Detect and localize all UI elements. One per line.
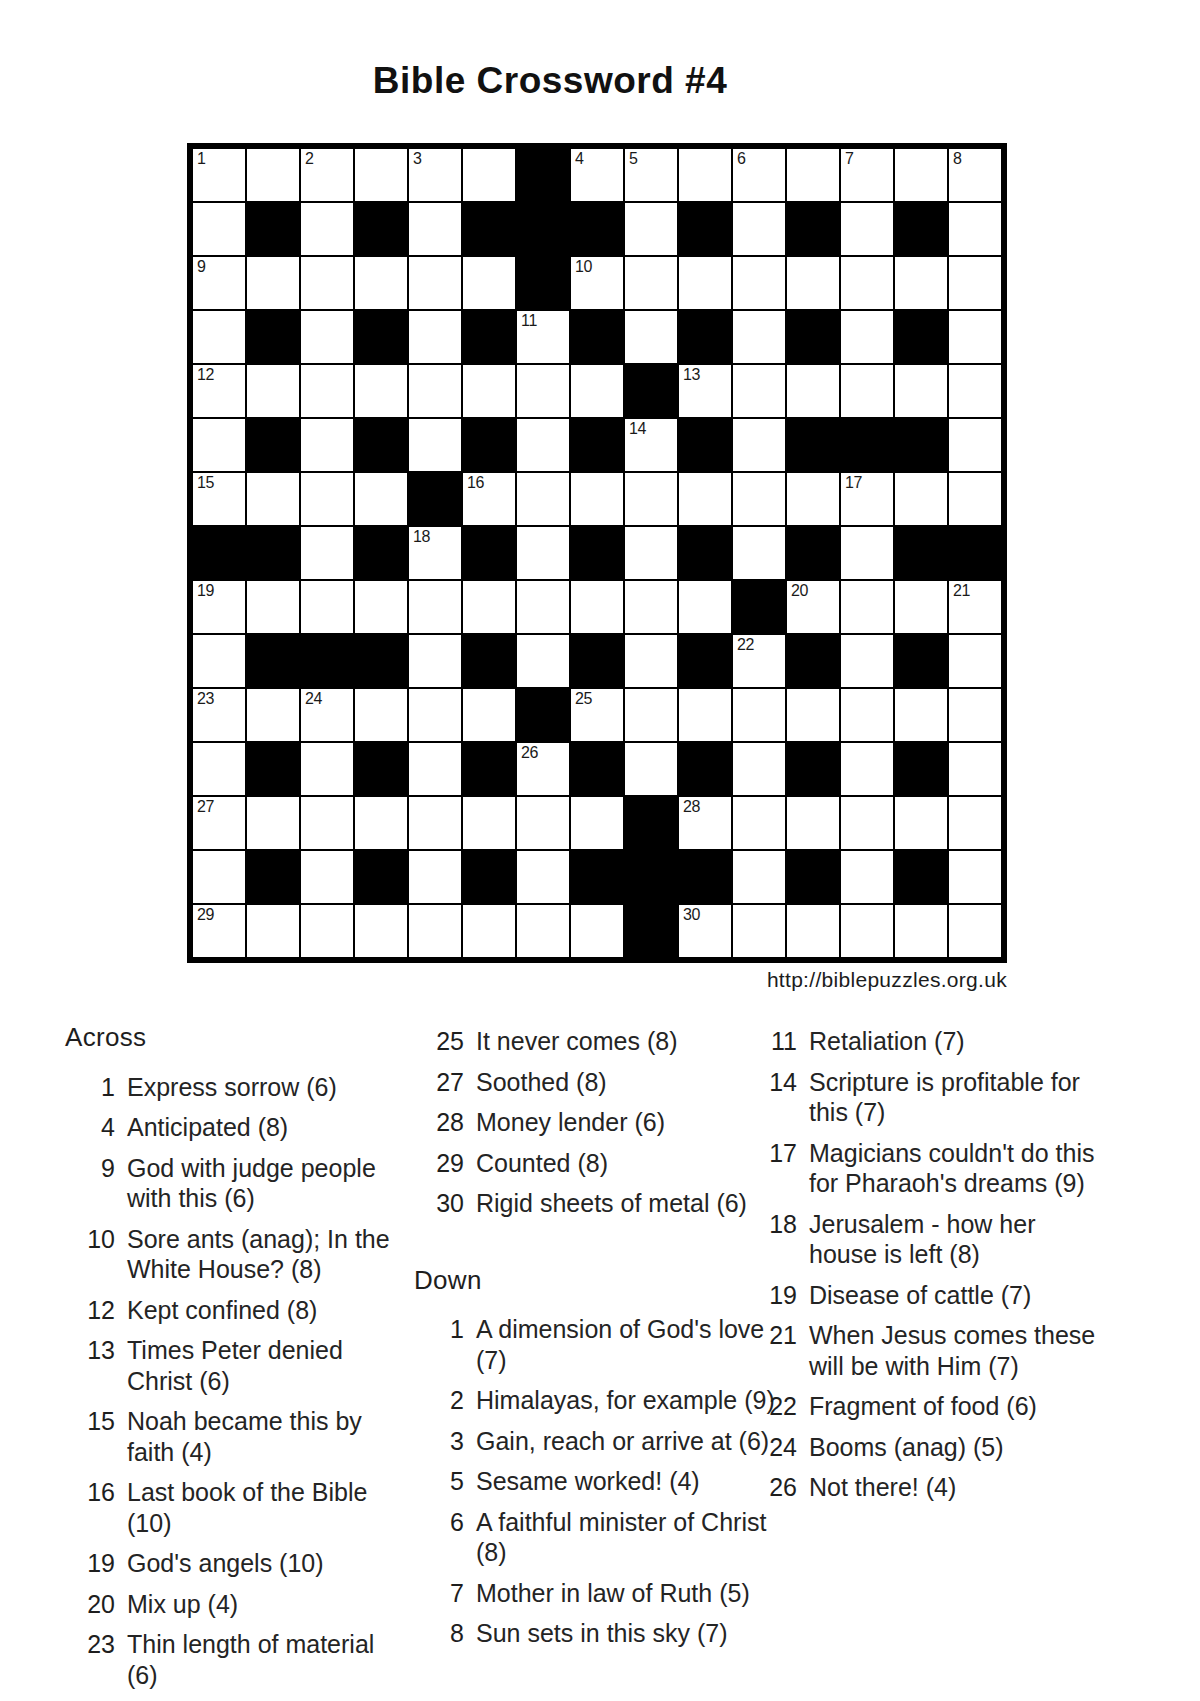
cell-r11c10[interactable] bbox=[679, 689, 731, 741]
cell-r3c9[interactable] bbox=[625, 257, 677, 309]
cell-r9c2[interactable] bbox=[247, 581, 299, 633]
cell-number-27: 27 bbox=[197, 799, 214, 816]
block-r10c8 bbox=[571, 635, 623, 687]
clue-text: Thin length of material (6) bbox=[127, 1629, 409, 1690]
block-r4c10 bbox=[679, 311, 731, 363]
cell-r15c11[interactable] bbox=[733, 905, 785, 957]
cell-r11c9[interactable] bbox=[625, 689, 677, 741]
cell-r1c15[interactable]: 8 bbox=[949, 149, 1001, 201]
clue-across-27: 27Soothed (8) bbox=[412, 1067, 787, 1098]
cell-r13c15[interactable] bbox=[949, 797, 1001, 849]
clue-text: A dimension of God's love (7) bbox=[476, 1314, 784, 1375]
block-r8c4 bbox=[355, 527, 407, 579]
cell-r1c3[interactable]: 2 bbox=[301, 149, 353, 201]
cell-r11c8[interactable]: 25 bbox=[571, 689, 623, 741]
cell-number-5: 5 bbox=[629, 151, 638, 168]
cell-r15c5[interactable] bbox=[409, 905, 461, 957]
clue-text: When Jesus comes these will be with Him … bbox=[809, 1320, 1109, 1381]
cell-r15c6[interactable] bbox=[463, 905, 515, 957]
cell-r7c8[interactable] bbox=[571, 473, 623, 525]
clue-text: Booms (anag) (5) bbox=[809, 1432, 1109, 1463]
clue-text: Noah became this by faith (4) bbox=[127, 1406, 409, 1467]
clue-across-25: 25It never comes (8) bbox=[412, 1026, 787, 1057]
clue-down-11: 11Retaliation (7) bbox=[745, 1026, 1115, 1057]
cell-r8c5[interactable]: 18 bbox=[409, 527, 461, 579]
cell-number-7: 7 bbox=[845, 151, 854, 168]
cell-r4c9[interactable] bbox=[625, 311, 677, 363]
clue-number: 17 bbox=[745, 1138, 797, 1199]
clue-number: 20 bbox=[63, 1589, 115, 1620]
clue-number: 25 bbox=[412, 1026, 464, 1057]
cell-r5c1[interactable]: 12 bbox=[193, 365, 245, 417]
cell-r5c3[interactable] bbox=[301, 365, 353, 417]
clue-number: 5 bbox=[412, 1466, 464, 1497]
clue-down-5: 5Sesame worked! (4) bbox=[412, 1466, 787, 1497]
block-r2c2 bbox=[247, 203, 299, 255]
cell-r11c11[interactable] bbox=[733, 689, 785, 741]
cell-r12c3[interactable] bbox=[301, 743, 353, 795]
clue-text: Not there! (4) bbox=[809, 1472, 1109, 1503]
cell-r6c1[interactable] bbox=[193, 419, 245, 471]
cell-r2c13[interactable] bbox=[841, 203, 893, 255]
cell-r7c7[interactable] bbox=[517, 473, 569, 525]
cell-r7c1[interactable]: 15 bbox=[193, 473, 245, 525]
cell-r7c3[interactable] bbox=[301, 473, 353, 525]
cell-r11c6[interactable] bbox=[463, 689, 515, 741]
block-r2c6 bbox=[463, 203, 515, 255]
cell-r5c15[interactable] bbox=[949, 365, 1001, 417]
cell-r9c3[interactable] bbox=[301, 581, 353, 633]
cell-number-22: 22 bbox=[737, 637, 754, 654]
cell-r10c7[interactable] bbox=[517, 635, 569, 687]
clue-across-9: 9God with judge people with this (6) bbox=[63, 1153, 413, 1214]
cell-r1c11[interactable]: 6 bbox=[733, 149, 785, 201]
cell-r10c13[interactable] bbox=[841, 635, 893, 687]
cell-r1c1[interactable]: 1 bbox=[193, 149, 245, 201]
cell-r7c9[interactable] bbox=[625, 473, 677, 525]
block-r7c5 bbox=[409, 473, 461, 525]
cell-r13c4[interactable] bbox=[355, 797, 407, 849]
clue-across-1: 1Express sorrow (6) bbox=[63, 1072, 413, 1103]
clue-number: 11 bbox=[745, 1026, 797, 1057]
cell-r5c7[interactable] bbox=[517, 365, 569, 417]
cell-number-23: 23 bbox=[197, 691, 214, 708]
clue-down-8: 8Sun sets in this sky (7) bbox=[412, 1618, 787, 1649]
cell-r5c14[interactable] bbox=[895, 365, 947, 417]
cell-r9c10[interactable] bbox=[679, 581, 731, 633]
cell-r13c11[interactable] bbox=[733, 797, 785, 849]
block-r10c4 bbox=[355, 635, 407, 687]
cell-r2c15[interactable] bbox=[949, 203, 1001, 255]
block-r12c10 bbox=[679, 743, 731, 795]
cell-r4c3[interactable] bbox=[301, 311, 353, 363]
cell-r15c8[interactable] bbox=[571, 905, 623, 957]
cell-number-1: 1 bbox=[197, 151, 206, 168]
cell-r7c14[interactable] bbox=[895, 473, 947, 525]
clue-down-17: 17Magicians couldn't do this for Pharaoh… bbox=[745, 1138, 1115, 1199]
block-r4c12 bbox=[787, 311, 839, 363]
cell-r9c9[interactable] bbox=[625, 581, 677, 633]
cell-r13c12[interactable] bbox=[787, 797, 839, 849]
cell-r13c14[interactable] bbox=[895, 797, 947, 849]
block-r5c9 bbox=[625, 365, 677, 417]
clue-number: 15 bbox=[63, 1406, 115, 1467]
cell-r4c11[interactable] bbox=[733, 311, 785, 363]
cell-r13c10[interactable]: 28 bbox=[679, 797, 731, 849]
block-r6c10 bbox=[679, 419, 731, 471]
block-r8c8 bbox=[571, 527, 623, 579]
cell-r5c10[interactable]: 13 bbox=[679, 365, 731, 417]
block-r6c4 bbox=[355, 419, 407, 471]
cell-r11c1[interactable]: 23 bbox=[193, 689, 245, 741]
block-r6c14 bbox=[895, 419, 947, 471]
cell-r1c2[interactable] bbox=[247, 149, 299, 201]
clue-number: 9 bbox=[63, 1153, 115, 1214]
cell-r15c3[interactable] bbox=[301, 905, 353, 957]
block-r4c6 bbox=[463, 311, 515, 363]
cell-r8c13[interactable] bbox=[841, 527, 893, 579]
block-r2c12 bbox=[787, 203, 839, 255]
block-r14c8 bbox=[571, 851, 623, 903]
block-r11c7 bbox=[517, 689, 569, 741]
block-r1c7 bbox=[517, 149, 569, 201]
cell-r13c3[interactable] bbox=[301, 797, 353, 849]
clue-number: 22 bbox=[745, 1391, 797, 1422]
cell-r13c8[interactable] bbox=[571, 797, 623, 849]
clue-text: Fragment of food (6) bbox=[809, 1391, 1109, 1422]
cell-r6c7[interactable] bbox=[517, 419, 569, 471]
clue-text: Magicians couldn't do this for Pharaoh's… bbox=[809, 1138, 1109, 1199]
crossword-grid: 1234567891011121314151617181920212223242… bbox=[187, 143, 1007, 963]
cell-number-12: 12 bbox=[197, 367, 214, 384]
cell-r11c13[interactable] bbox=[841, 689, 893, 741]
block-r12c12 bbox=[787, 743, 839, 795]
block-r12c8 bbox=[571, 743, 623, 795]
clue-text: Sun sets in this sky (7) bbox=[476, 1618, 784, 1649]
clue-column-middle: 25It never comes (8)27Soothed (8)28Money… bbox=[412, 1026, 787, 1659]
cell-r11c14[interactable] bbox=[895, 689, 947, 741]
clue-number: 28 bbox=[412, 1107, 464, 1138]
clue-number: 2 bbox=[412, 1385, 464, 1416]
cell-r9c6[interactable] bbox=[463, 581, 515, 633]
clue-text: A faithful minister of Christ (8) bbox=[476, 1507, 784, 1568]
cell-r15c10[interactable]: 30 bbox=[679, 905, 731, 957]
block-r8c2 bbox=[247, 527, 299, 579]
cell-r4c1[interactable] bbox=[193, 311, 245, 363]
down-header: Down bbox=[414, 1265, 787, 1297]
cell-r3c15[interactable] bbox=[949, 257, 1001, 309]
clue-text: Mother in law of Ruth (5) bbox=[476, 1578, 784, 1609]
cell-r15c2[interactable] bbox=[247, 905, 299, 957]
clue-column-left: Across1Express sorrow (6)4Anticipated (8… bbox=[63, 1022, 413, 1700]
cell-r15c12[interactable] bbox=[787, 905, 839, 957]
cell-r9c14[interactable] bbox=[895, 581, 947, 633]
block-r8c10 bbox=[679, 527, 731, 579]
cell-r5c5[interactable] bbox=[409, 365, 461, 417]
cell-r2c3[interactable] bbox=[301, 203, 353, 255]
cell-number-18: 18 bbox=[413, 529, 430, 546]
clue-number: 18 bbox=[745, 1209, 797, 1270]
cell-number-11: 11 bbox=[521, 313, 537, 330]
cell-r3c14[interactable] bbox=[895, 257, 947, 309]
block-r14c14 bbox=[895, 851, 947, 903]
clue-down-3: 3Gain, reach or arrive at (6) bbox=[412, 1426, 787, 1457]
clue-across-13: 13Times Peter denied Christ (6) bbox=[63, 1335, 413, 1396]
cell-r6c11[interactable] bbox=[733, 419, 785, 471]
block-r14c2 bbox=[247, 851, 299, 903]
cell-r6c15[interactable] bbox=[949, 419, 1001, 471]
cell-r10c1[interactable] bbox=[193, 635, 245, 687]
cell-r5c6[interactable] bbox=[463, 365, 515, 417]
clue-number: 12 bbox=[63, 1295, 115, 1326]
cell-r14c15[interactable] bbox=[949, 851, 1001, 903]
cell-number-28: 28 bbox=[683, 799, 700, 816]
cell-r10c15[interactable] bbox=[949, 635, 1001, 687]
page: { "game": "crossword", "title": "Bible C… bbox=[0, 0, 1200, 1701]
cell-r1c12[interactable] bbox=[787, 149, 839, 201]
cell-r6c3[interactable] bbox=[301, 419, 353, 471]
cell-r13c5[interactable] bbox=[409, 797, 461, 849]
cell-r12c11[interactable] bbox=[733, 743, 785, 795]
cell-r12c15[interactable] bbox=[949, 743, 1001, 795]
cell-number-8: 8 bbox=[953, 151, 962, 168]
cell-r13c7[interactable] bbox=[517, 797, 569, 849]
cell-r5c12[interactable] bbox=[787, 365, 839, 417]
block-r13c9 bbox=[625, 797, 677, 849]
cell-r12c1[interactable] bbox=[193, 743, 245, 795]
block-r4c4 bbox=[355, 311, 407, 363]
cell-r13c2[interactable] bbox=[247, 797, 299, 849]
cell-r13c13[interactable] bbox=[841, 797, 893, 849]
clue-across-16: 16Last book of the Bible (10) bbox=[63, 1477, 413, 1538]
clue-across-10: 10Sore ants (anag); In the White House? … bbox=[63, 1224, 413, 1285]
cell-r2c1[interactable] bbox=[193, 203, 245, 255]
cell-r2c5[interactable] bbox=[409, 203, 461, 255]
cell-r3c11[interactable] bbox=[733, 257, 785, 309]
clue-down-6: 6A faithful minister of Christ (8) bbox=[412, 1507, 787, 1568]
clue-text: Sesame worked! (4) bbox=[476, 1466, 784, 1497]
cell-r1c13[interactable]: 7 bbox=[841, 149, 893, 201]
cell-r1c6[interactable] bbox=[463, 149, 515, 201]
block-r14c4 bbox=[355, 851, 407, 903]
cell-r5c4[interactable] bbox=[355, 365, 407, 417]
clue-down-1: 1A dimension of God's love (7) bbox=[412, 1314, 787, 1375]
cell-r3c12[interactable] bbox=[787, 257, 839, 309]
block-r2c10 bbox=[679, 203, 731, 255]
block-r6c12 bbox=[787, 419, 839, 471]
cell-r3c3[interactable] bbox=[301, 257, 353, 309]
cell-r5c11[interactable] bbox=[733, 365, 785, 417]
block-r14c12 bbox=[787, 851, 839, 903]
clue-text: It never comes (8) bbox=[476, 1026, 784, 1057]
cell-r11c2[interactable] bbox=[247, 689, 299, 741]
cell-number-2: 2 bbox=[305, 151, 314, 168]
block-r9c11 bbox=[733, 581, 785, 633]
cell-r10c11[interactable]: 22 bbox=[733, 635, 785, 687]
cell-r7c2[interactable] bbox=[247, 473, 299, 525]
cell-r14c7[interactable] bbox=[517, 851, 569, 903]
cell-r1c5[interactable]: 3 bbox=[409, 149, 461, 201]
cell-r1c9[interactable]: 5 bbox=[625, 149, 677, 201]
cell-number-17: 17 bbox=[845, 475, 862, 492]
cell-number-25: 25 bbox=[575, 691, 592, 708]
cell-r3c13[interactable] bbox=[841, 257, 893, 309]
cell-r2c11[interactable] bbox=[733, 203, 785, 255]
cell-r11c5[interactable] bbox=[409, 689, 461, 741]
cell-r11c3[interactable]: 24 bbox=[301, 689, 353, 741]
cell-number-10: 10 bbox=[575, 259, 592, 276]
clue-down-26: 26Not there! (4) bbox=[745, 1472, 1115, 1503]
clue-number: 26 bbox=[745, 1472, 797, 1503]
clue-down-7: 7Mother in law of Ruth (5) bbox=[412, 1578, 787, 1609]
cell-r14c5[interactable] bbox=[409, 851, 461, 903]
cell-r2c9[interactable] bbox=[625, 203, 677, 255]
clue-text: Soothed (8) bbox=[476, 1067, 784, 1098]
cell-r9c5[interactable] bbox=[409, 581, 461, 633]
cell-number-26: 26 bbox=[521, 745, 538, 762]
cell-r11c15[interactable] bbox=[949, 689, 1001, 741]
clue-down-24: 24Booms (anag) (5) bbox=[745, 1432, 1115, 1463]
cell-r1c14[interactable] bbox=[895, 149, 947, 201]
cell-r4c15[interactable] bbox=[949, 311, 1001, 363]
clue-number: 21 bbox=[745, 1320, 797, 1381]
cell-r9c12[interactable]: 20 bbox=[787, 581, 839, 633]
clue-number: 10 bbox=[63, 1224, 115, 1285]
block-r12c2 bbox=[247, 743, 299, 795]
clue-text: God with judge people with this (6) bbox=[127, 1153, 409, 1214]
cell-r11c12[interactable] bbox=[787, 689, 839, 741]
cell-r3c4[interactable] bbox=[355, 257, 407, 309]
cell-r1c10[interactable] bbox=[679, 149, 731, 201]
cell-r3c10[interactable] bbox=[679, 257, 731, 309]
cell-r7c6[interactable]: 16 bbox=[463, 473, 515, 525]
cell-r3c1[interactable]: 9 bbox=[193, 257, 245, 309]
cell-r15c14[interactable] bbox=[895, 905, 947, 957]
cell-r3c2[interactable] bbox=[247, 257, 299, 309]
cell-r7c11[interactable] bbox=[733, 473, 785, 525]
block-r2c8 bbox=[571, 203, 623, 255]
block-r4c2 bbox=[247, 311, 299, 363]
cell-r4c5[interactable] bbox=[409, 311, 461, 363]
cell-r15c13[interactable] bbox=[841, 905, 893, 957]
clue-text: Money lender (6) bbox=[476, 1107, 784, 1138]
cell-r14c3[interactable] bbox=[301, 851, 353, 903]
block-r2c4 bbox=[355, 203, 407, 255]
block-r8c6 bbox=[463, 527, 515, 579]
cell-r12c5[interactable] bbox=[409, 743, 461, 795]
cell-r13c6[interactable] bbox=[463, 797, 515, 849]
cell-r8c3[interactable] bbox=[301, 527, 353, 579]
cell-r3c6[interactable] bbox=[463, 257, 515, 309]
clue-number: 19 bbox=[745, 1280, 797, 1311]
cell-number-29: 29 bbox=[197, 907, 214, 924]
clue-text: Last book of the Bible (10) bbox=[127, 1477, 409, 1538]
clue-across-20: 20Mix up (4) bbox=[63, 1589, 413, 1620]
cell-r5c2[interactable] bbox=[247, 365, 299, 417]
clue-text: Sore ants (anag); In the White House? (8… bbox=[127, 1224, 409, 1285]
cell-r5c8[interactable] bbox=[571, 365, 623, 417]
cell-r7c4[interactable] bbox=[355, 473, 407, 525]
block-r10c12 bbox=[787, 635, 839, 687]
cell-r10c9[interactable] bbox=[625, 635, 677, 687]
cell-r9c13[interactable] bbox=[841, 581, 893, 633]
cell-r12c13[interactable] bbox=[841, 743, 893, 795]
clue-number: 4 bbox=[63, 1112, 115, 1143]
block-r12c14 bbox=[895, 743, 947, 795]
clue-number: 24 bbox=[745, 1432, 797, 1463]
clue-text: Times Peter denied Christ (6) bbox=[127, 1335, 409, 1396]
site-url: http://biblepuzzles.org.uk bbox=[187, 968, 1007, 992]
block-r6c13 bbox=[841, 419, 893, 471]
cell-r15c7[interactable] bbox=[517, 905, 569, 957]
cell-r7c15[interactable] bbox=[949, 473, 1001, 525]
cell-r3c5[interactable] bbox=[409, 257, 461, 309]
cell-r4c13[interactable] bbox=[841, 311, 893, 363]
cell-r5c13[interactable] bbox=[841, 365, 893, 417]
cell-r1c8[interactable]: 4 bbox=[571, 149, 623, 201]
cell-r3c8[interactable]: 10 bbox=[571, 257, 623, 309]
cell-r12c9[interactable] bbox=[625, 743, 677, 795]
cell-r9c7[interactable] bbox=[517, 581, 569, 633]
cell-r8c7[interactable] bbox=[517, 527, 569, 579]
clue-across-12: 12Kept confined (8) bbox=[63, 1295, 413, 1326]
clue-across-28: 28Money lender (6) bbox=[412, 1107, 787, 1138]
cell-r7c12[interactable] bbox=[787, 473, 839, 525]
cell-r15c1[interactable]: 29 bbox=[193, 905, 245, 957]
puzzle-title: Bible Crossword #4 bbox=[0, 60, 1100, 102]
cell-r14c13[interactable] bbox=[841, 851, 893, 903]
cell-r13c1[interactable]: 27 bbox=[193, 797, 245, 849]
cell-r9c4[interactable] bbox=[355, 581, 407, 633]
cell-r1c4[interactable] bbox=[355, 149, 407, 201]
clue-number: 7 bbox=[412, 1578, 464, 1609]
cell-r6c9[interactable]: 14 bbox=[625, 419, 677, 471]
cell-r12c7[interactable]: 26 bbox=[517, 743, 569, 795]
cell-r9c8[interactable] bbox=[571, 581, 623, 633]
cell-r11c4[interactable] bbox=[355, 689, 407, 741]
clue-across-15: 15Noah became this by faith (4) bbox=[63, 1406, 413, 1467]
cell-r8c11[interactable] bbox=[733, 527, 785, 579]
cell-number-13: 13 bbox=[683, 367, 700, 384]
block-r6c8 bbox=[571, 419, 623, 471]
cell-r10c5[interactable] bbox=[409, 635, 461, 687]
clue-number: 19 bbox=[63, 1548, 115, 1579]
cell-r14c1[interactable] bbox=[193, 851, 245, 903]
cell-r6c5[interactable] bbox=[409, 419, 461, 471]
cell-r9c15[interactable]: 21 bbox=[949, 581, 1001, 633]
cell-number-20: 20 bbox=[791, 583, 808, 600]
cell-r4c7[interactable]: 11 bbox=[517, 311, 569, 363]
clue-number: 6 bbox=[412, 1507, 464, 1568]
across-header: Across bbox=[65, 1022, 413, 1054]
clue-text: Mix up (4) bbox=[127, 1589, 409, 1620]
cell-r15c4[interactable] bbox=[355, 905, 407, 957]
cell-r15c15[interactable] bbox=[949, 905, 1001, 957]
clue-number: 14 bbox=[745, 1067, 797, 1128]
block-r12c4 bbox=[355, 743, 407, 795]
cell-r9c1[interactable]: 19 bbox=[193, 581, 245, 633]
block-r8c15 bbox=[949, 527, 1001, 579]
cell-r14c11[interactable] bbox=[733, 851, 785, 903]
cell-r7c10[interactable] bbox=[679, 473, 731, 525]
block-r10c6 bbox=[463, 635, 515, 687]
cell-number-21: 21 bbox=[953, 583, 970, 600]
clue-column-right: 11Retaliation (7)14Scripture is profitab… bbox=[745, 1026, 1115, 1513]
cell-r7c13[interactable]: 17 bbox=[841, 473, 893, 525]
cell-r8c9[interactable] bbox=[625, 527, 677, 579]
block-r6c6 bbox=[463, 419, 515, 471]
block-r10c10 bbox=[679, 635, 731, 687]
